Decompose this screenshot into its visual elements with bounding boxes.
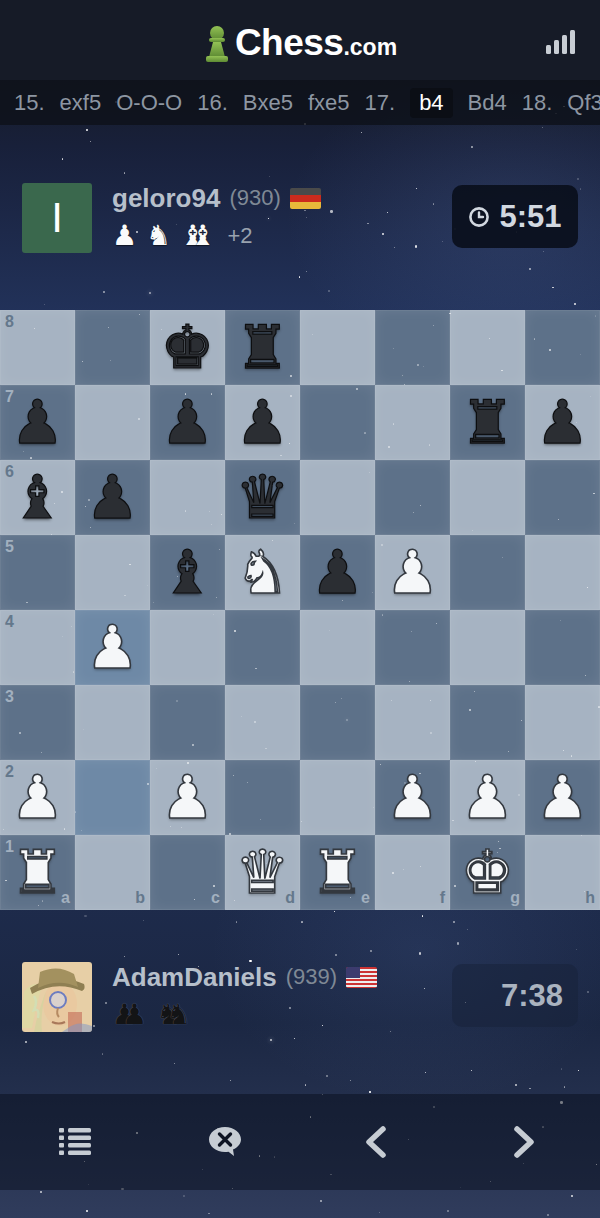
chevron-right-icon	[512, 1125, 538, 1159]
square-e7[interactable]	[300, 385, 375, 460]
moves-list-button[interactable]	[0, 1094, 150, 1190]
square-f1[interactable]: f	[375, 835, 450, 910]
square-d5[interactable]: ♞	[225, 535, 300, 610]
square-g8[interactable]	[450, 310, 525, 385]
player-info-bottom: AdamDaniels (939) ♟♟♞♞	[112, 962, 438, 1032]
file-label: h	[585, 890, 595, 906]
black-pawn-b6[interactable]: ♟	[75, 460, 150, 535]
square-d7[interactable]: ♟	[225, 385, 300, 460]
brand-name: Chess	[235, 22, 344, 64]
square-f2[interactable]: ♟	[375, 760, 450, 835]
square-c5[interactable]: ♝	[150, 535, 225, 610]
captured-pieces-bottom: ♟♟♞♞	[112, 998, 438, 1032]
square-c3[interactable]	[150, 685, 225, 760]
back-button[interactable]	[300, 1094, 450, 1190]
captured-glyphs-top: ♟♞♝♝	[112, 221, 215, 251]
square-d1[interactable]: d♛	[225, 835, 300, 910]
white-rook-a1[interactable]: ♜	[0, 835, 75, 910]
square-c6[interactable]	[150, 460, 225, 535]
square-a4[interactable]: 4	[0, 610, 75, 685]
file-label: c	[211, 890, 220, 906]
move-list-bar[interactable]: 15.exf5O-O-O16.Bxe5fxe517.b4Bd418.Qf3	[0, 80, 600, 125]
square-d2[interactable]	[225, 760, 300, 835]
square-h5[interactable]	[525, 535, 600, 610]
chat-disabled-button[interactable]	[150, 1094, 300, 1190]
square-c4[interactable]	[150, 610, 225, 685]
player-info-top: geloro94 (930) ♟♞♝♝ +2	[112, 183, 438, 253]
square-g5[interactable]	[450, 535, 525, 610]
germany-flag	[290, 188, 321, 209]
square-b8[interactable]	[75, 310, 150, 385]
square-h2[interactable]: ♟	[525, 760, 600, 835]
square-a6[interactable]: 6♝	[0, 460, 75, 535]
file-label: b	[135, 890, 145, 906]
square-b1[interactable]: b	[75, 835, 150, 910]
black-bishop-c5[interactable]: ♝	[150, 535, 225, 610]
material-advantage: +2	[227, 223, 252, 249]
black-pawn-e5[interactable]: ♟	[300, 535, 375, 610]
square-f7[interactable]	[375, 385, 450, 460]
white-knight-d5[interactable]: ♞	[225, 535, 300, 610]
square-d4[interactable]	[225, 610, 300, 685]
rank-label: 4	[5, 614, 14, 630]
square-d8[interactable]: ♜	[225, 310, 300, 385]
app-screen: Chess.com 15.exf5O-O-O16.Bxe5fxe517.b4Bd…	[0, 0, 600, 1218]
move-item[interactable]: 18.	[522, 90, 553, 116]
square-h7[interactable]: ♟	[525, 385, 600, 460]
black-king-c8[interactable]: ♚	[150, 310, 225, 385]
square-f4[interactable]	[375, 610, 450, 685]
move-item[interactable]: Bd4	[468, 90, 507, 116]
bottom-toolbar	[0, 1094, 600, 1190]
square-g3[interactable]	[450, 685, 525, 760]
rank-label: 3	[5, 689, 14, 705]
square-d3[interactable]	[225, 685, 300, 760]
green-pawn-logo-icon	[203, 25, 231, 63]
white-pawn-h2[interactable]: ♟	[525, 760, 600, 835]
rank-label: 5	[5, 539, 14, 555]
chesscom-logo: Chess.com	[203, 17, 397, 64]
square-g2[interactable]: ♟	[450, 760, 525, 835]
usa-flag	[346, 967, 377, 988]
move-item[interactable]: O-O-O	[116, 90, 182, 116]
captured-glyphs-bottom: ♟♟♞♞	[112, 1000, 191, 1030]
square-b2[interactable]	[75, 760, 150, 835]
white-pawn-f2[interactable]: ♟	[375, 760, 450, 835]
captured-black-pawn: ♟	[122, 1000, 147, 1030]
square-b6[interactable]: ♟	[75, 460, 150, 535]
captured-pieces-top: ♟♞♝♝ +2	[112, 219, 438, 253]
rank-label: 8	[5, 314, 14, 330]
player-card-top: I geloro94 (930) ♟♞♝♝ +2 5:51	[22, 183, 578, 253]
move-item[interactable]: fxe5	[308, 90, 350, 116]
move-item[interactable]: Qf3	[567, 90, 600, 116]
captured-white-bishop: ♝	[190, 221, 215, 251]
black-pawn-c7[interactable]: ♟	[150, 385, 225, 460]
move-item[interactable]: 15.	[14, 90, 45, 116]
square-e3[interactable]	[300, 685, 375, 760]
white-rook-e1[interactable]: ♜	[300, 835, 375, 910]
white-pawn-c2[interactable]: ♟	[150, 760, 225, 835]
captured-white-pawn: ♟	[112, 221, 137, 251]
square-f6[interactable]	[375, 460, 450, 535]
black-bishop-a6[interactable]: ♝	[0, 460, 75, 535]
clock-icon	[468, 206, 490, 228]
move-item[interactable]: exf5	[60, 90, 102, 116]
square-f3[interactable]	[375, 685, 450, 760]
chat-disabled-icon	[208, 1126, 242, 1158]
white-pawn-f5[interactable]: ♟	[375, 535, 450, 610]
clock-time-top: 5:51	[499, 199, 561, 235]
square-a8[interactable]: 8	[0, 310, 75, 385]
square-a2[interactable]: 2♟	[0, 760, 75, 835]
square-c2[interactable]: ♟	[150, 760, 225, 835]
moves-list-icon	[59, 1127, 91, 1157]
brand-tld: .com	[343, 34, 397, 61]
square-g7[interactable]: ♜	[450, 385, 525, 460]
square-d6[interactable]: ♛	[225, 460, 300, 535]
forward-button[interactable]	[450, 1094, 600, 1190]
square-b5[interactable]	[75, 535, 150, 610]
square-a5[interactable]: 5	[0, 535, 75, 610]
current-move[interactable]: b4	[410, 88, 452, 118]
white-king-g1[interactable]: ♚	[450, 835, 525, 910]
black-pawn-d7[interactable]: ♟	[225, 385, 300, 460]
signal-strength-icon	[546, 30, 575, 54]
file-label: f	[440, 890, 445, 906]
black-queen-d6[interactable]: ♛	[225, 460, 300, 535]
player-card-bottom: AdamDaniels (939) ♟♟♞♞ 7:38	[22, 962, 578, 1032]
app-header: Chess.com	[0, 0, 600, 80]
clock-top: 5:51	[452, 185, 578, 248]
move-item[interactable]: Bxe5	[243, 90, 293, 116]
avatar-top[interactable]: I	[22, 183, 92, 253]
player-rating-bottom: (939)	[286, 964, 337, 990]
avatar-bottom[interactable]	[22, 962, 92, 1032]
square-h6[interactable]	[525, 460, 600, 535]
black-pawn-a7[interactable]: ♟	[0, 385, 75, 460]
white-pawn-a2[interactable]: ♟	[0, 760, 75, 835]
move-item[interactable]: 17.	[365, 90, 396, 116]
square-e8[interactable]	[300, 310, 375, 385]
player-name-bottom[interactable]: AdamDaniels	[112, 962, 277, 993]
square-g1[interactable]: g♚	[450, 835, 525, 910]
chevron-left-icon	[362, 1125, 388, 1159]
square-f8[interactable]	[375, 310, 450, 385]
square-e4[interactable]	[300, 610, 375, 685]
square-g6[interactable]	[450, 460, 525, 535]
square-h8[interactable]	[525, 310, 600, 385]
square-h4[interactable]	[525, 610, 600, 685]
white-queen-d1[interactable]: ♛	[225, 835, 300, 910]
player-name-top[interactable]: geloro94	[112, 183, 220, 214]
captured-white-knight: ♞	[146, 221, 171, 251]
square-e1[interactable]: e♜	[300, 835, 375, 910]
square-h1[interactable]: h	[525, 835, 600, 910]
square-a7[interactable]: 7♟	[0, 385, 75, 460]
black-rook-d8[interactable]: ♜	[225, 310, 300, 385]
square-h3[interactable]	[525, 685, 600, 760]
square-f5[interactable]: ♟	[375, 535, 450, 610]
black-pawn-h7[interactable]: ♟	[525, 385, 600, 460]
player-rating-top: (930)	[229, 185, 280, 211]
captured-black-knight: ♞	[166, 1000, 191, 1030]
square-e5[interactable]: ♟	[300, 535, 375, 610]
black-rook-g7[interactable]: ♜	[450, 385, 525, 460]
move-item[interactable]: 16.	[197, 90, 228, 116]
white-pawn-g2[interactable]: ♟	[450, 760, 525, 835]
square-c1[interactable]: c	[150, 835, 225, 910]
square-b4[interactable]: ♟	[75, 610, 150, 685]
avatar-image	[22, 962, 92, 1032]
clock-time-bottom: 7:38	[501, 978, 563, 1014]
square-e2[interactable]	[300, 760, 375, 835]
square-b7[interactable]	[75, 385, 150, 460]
white-pawn-b4[interactable]: ♟	[75, 610, 150, 685]
square-c8[interactable]: ♚	[150, 310, 225, 385]
square-b3[interactable]	[75, 685, 150, 760]
square-g4[interactable]	[450, 610, 525, 685]
square-a1[interactable]: 1a♜	[0, 835, 75, 910]
square-a3[interactable]: 3	[0, 685, 75, 760]
chess-board[interactable]: 8♚♜7♟♟♟♜♟6♝♟♛5♝♞♟♟4♟32♟♟♟♟♟1a♜bcd♛e♜fg♚h	[0, 310, 600, 910]
square-c7[interactable]: ♟	[150, 385, 225, 460]
square-e6[interactable]	[300, 460, 375, 535]
clock-bottom: 7:38	[452, 964, 578, 1027]
